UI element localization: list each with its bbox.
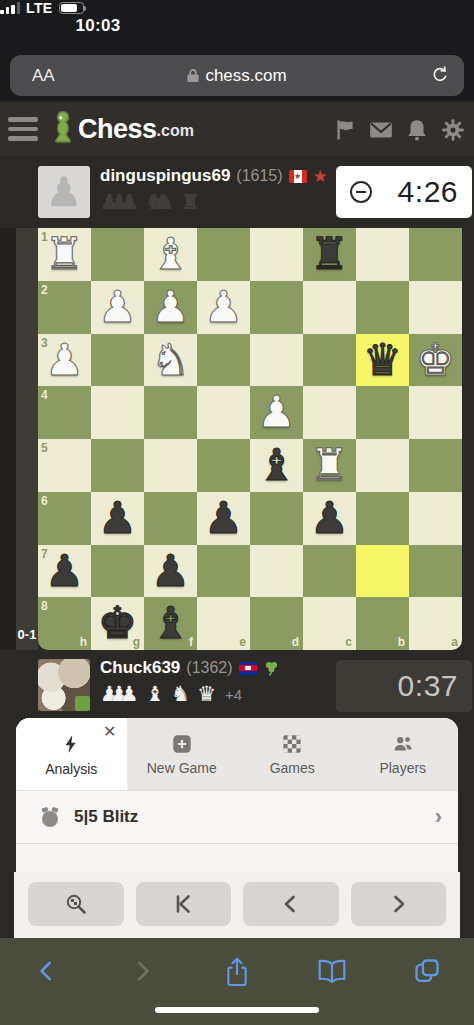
skip-to-start-button[interactable] [136,882,232,926]
address-bar[interactable]: AA chess.com [10,55,464,96]
file-label: g [133,635,140,649]
chess-board[interactable]: 1♜♝♜2♟♟♟3♟♞♛♚4♟5♝♜6♟♟♟7♟♟8hg♚f♝edcba [38,228,462,650]
clock-paused-icon [350,181,372,203]
signal-strength-icon [0,2,20,14]
move-list-strip: 0-1 [16,228,38,650]
square-a5[interactable] [409,439,462,492]
clover-icon [263,660,280,677]
top-player-row: ♟ dinguspingus69 (1615) ★ ♟♟♟♞♞♜ 4:26 [0,156,474,228]
square-f7[interactable]: ♟ [144,545,197,598]
player-rating: (1615) [236,167,282,185]
rank-label: 6 [41,494,48,508]
white-pawn[interactable]: ♟ [250,386,303,438]
white-pawn[interactable]: ♟ [144,281,197,333]
square-a4[interactable] [409,386,462,439]
close-icon[interactable]: ✕ [103,724,116,740]
rank-label: 5 [41,441,48,455]
lock-icon [187,68,199,83]
square-b5[interactable] [356,439,409,492]
square-b3[interactable]: ♛ [356,334,409,387]
square-c2[interactable] [303,281,356,334]
avatar[interactable] [38,659,90,711]
black-queen[interactable]: ♛ [356,334,409,386]
square-e7[interactable] [197,545,250,598]
player-rating: (1362) [186,659,232,677]
square-d5[interactable]: ♝ [250,439,303,492]
clock-time: 0:37 [398,669,458,703]
square-f2[interactable]: ♟ [144,281,197,334]
menu-icon[interactable] [8,117,38,141]
rank-label: 3 [41,336,48,350]
logo-text: Chess [78,109,157,149]
chevron-right-icon: › [435,804,442,830]
square-c7[interactable] [303,545,356,598]
square-b8[interactable]: b [356,597,409,650]
square-h8[interactable]: 8h [38,597,91,650]
browser-forward-button[interactable] [125,956,159,988]
square-e4[interactable] [197,386,250,439]
square-f1[interactable]: ♝ [144,228,197,281]
white-bishop[interactable]: ♝ [144,228,197,280]
rank-label: 7 [41,547,48,561]
square-b6[interactable] [356,492,409,545]
tab-players[interactable]: Players [348,718,459,790]
square-b7[interactable] [356,545,409,598]
black-pawn[interactable]: ♟ [144,545,197,597]
browser-back-button[interactable] [30,956,64,988]
analysis-zoom-button[interactable] [28,882,124,926]
square-f6[interactable] [144,492,197,545]
square-f5[interactable] [144,439,197,492]
black-pawn[interactable]: ♟ [303,492,356,544]
bottom-sheet: ✕ Analysis New Game Ga [16,718,458,872]
black-bishop[interactable]: ♝ [250,439,303,491]
square-c4[interactable] [303,386,356,439]
file-label: d [292,635,299,649]
square-g6[interactable]: ♟ [91,492,144,545]
carrier-label: LTE [26,0,53,16]
white-clock: 4:26 [336,166,472,218]
square-f4[interactable] [144,386,197,439]
square-c3[interactable] [303,334,356,387]
square-c1[interactable]: ♜ [303,228,356,281]
material-advantage: +4 [225,686,242,703]
game-result: 0-1 [16,627,38,642]
blitz-clock-icon [38,805,62,829]
square-e5[interactable] [197,439,250,492]
square-h3[interactable]: 3♟ [38,334,91,387]
square-a7[interactable] [409,545,462,598]
site-header: Chess.com [0,100,474,156]
white-rook[interactable]: ♜ [303,439,356,491]
white-king[interactable]: ♚ [409,334,462,386]
square-c6[interactable]: ♟ [303,492,356,545]
square-a2[interactable] [409,281,462,334]
bottom-player-row: Chuck639 (1362) ♟♟♟♝♞♛ +4 0:37 [0,650,474,720]
captured-pawn: ♟ [120,188,139,216]
status-time: 10:03 [58,16,138,36]
game-info-row[interactable]: 5|5 Blitz › [16,790,458,844]
file-label: b [398,635,405,649]
avatar-pawn-icon: ♟ [46,169,82,215]
file-label: e [239,635,246,649]
board-left-margin [0,228,16,650]
avatar[interactable]: ♟ [38,166,90,218]
square-b1[interactable] [356,228,409,281]
square-f8[interactable]: f♝ [144,597,197,650]
square-g1[interactable] [91,228,144,281]
square-b4[interactable] [356,386,409,439]
square-g4[interactable] [91,386,144,439]
tabs-icon[interactable] [410,956,444,988]
black-pawn[interactable]: ♟ [91,492,144,544]
square-d3[interactable] [250,334,303,387]
square-g3[interactable] [91,334,144,387]
move-nav-toolbar [14,872,460,938]
reader-text-size-button[interactable]: AA [32,66,55,86]
captured-pieces-by-white: ♟♟♟♞♞♜ [100,188,207,216]
player-name[interactable]: Chuck639 [100,658,180,678]
square-d4[interactable]: ♟ [250,386,303,439]
square-g2[interactable]: ♟ [91,281,144,334]
clock-time: 4:26 [398,175,458,209]
square-g7[interactable] [91,545,144,598]
star-icon: ★ [313,168,328,185]
file-label: h [80,635,87,649]
square-d7[interactable] [250,545,303,598]
black-pawn[interactable]: ♟ [197,492,250,544]
tab-games[interactable]: Games [237,718,348,790]
square-a8[interactable]: a [409,597,462,650]
square-b2[interactable] [356,281,409,334]
player-name[interactable]: dinguspingus69 [100,166,230,186]
square-c5[interactable]: ♜ [303,439,356,492]
next-move-button[interactable] [351,882,447,926]
captured-knight: ♞ [155,188,174,216]
file-label: a [451,635,458,649]
lightning-icon [61,732,81,756]
black-rook[interactable]: ♜ [303,228,356,280]
settings-gear-icon[interactable] [440,117,466,143]
rank-label: 2 [41,283,48,297]
url-domain: chess.com [205,66,286,86]
file-label: f [189,635,193,649]
square-h7[interactable]: 7♟ [38,545,91,598]
square-e6[interactable]: ♟ [197,492,250,545]
chesscom-logo[interactable]: Chess.com [50,109,194,149]
online-status-badge [75,696,90,711]
messages-icon[interactable] [368,117,394,143]
safari-toolbar [0,938,474,1025]
tab-analysis[interactable]: ✕ Analysis [16,718,127,790]
share-icon[interactable] [220,956,254,988]
white-pawn[interactable]: ♟ [197,281,250,333]
square-g8[interactable]: g♚ [91,597,144,650]
square-e3[interactable] [197,334,250,387]
square-d1[interactable] [250,228,303,281]
square-d8[interactable]: d [250,597,303,650]
sheet-tabs: ✕ Analysis New Game Ga [16,718,458,790]
captured-pawn: ♟ [120,680,139,708]
previous-move-button[interactable] [243,882,339,926]
players-icon [391,733,415,755]
square-e1[interactable] [197,228,250,281]
square-h4[interactable]: 4 [38,386,91,439]
refresh-button[interactable] [430,64,450,90]
square-d6[interactable] [250,492,303,545]
captured-bishop: ♝ [145,680,164,708]
alerts-bell-icon[interactable] [404,117,430,143]
rank-label: 8 [41,599,48,613]
ios-top-area: 10:03 LTE AA chess.com [0,0,474,100]
home-indicator[interactable] [155,1007,319,1013]
square-a1[interactable] [409,228,462,281]
square-e2[interactable]: ♟ [197,281,250,334]
square-f3[interactable]: ♞ [144,334,197,387]
captured-rook: ♜ [181,188,200,216]
square-a6[interactable] [409,492,462,545]
canada-flag-icon [289,170,307,183]
captured-knight: ♞ [171,680,190,708]
square-c8[interactable]: c [303,597,356,650]
bookmarks-book-icon[interactable] [315,956,349,988]
cambodia-flag-icon [239,662,257,675]
logo-pawn-icon [50,109,76,149]
square-a3[interactable]: ♚ [409,334,462,387]
black-clock: 0:37 [336,660,472,712]
chessboard-icon [281,733,303,755]
captured-pieces-by-black: ♟♟♟♝♞♛ [100,680,223,708]
rank-label: 4 [41,388,48,402]
flag-challenges-icon[interactable] [332,117,358,143]
plus-square-icon [171,733,193,755]
captured-queen: ♛ [197,680,216,708]
white-knight[interactable]: ♞ [144,334,197,386]
file-label: c [345,635,352,649]
square-h6[interactable]: 6 [38,492,91,545]
square-g5[interactable] [91,439,144,492]
tab-new-game[interactable]: New Game [127,718,238,790]
time-control-label: 5|5 Blitz [74,807,138,827]
square-e8[interactable]: e [197,597,250,650]
rank-label: 1 [41,230,48,244]
square-d2[interactable] [250,281,303,334]
square-h2[interactable]: 2 [38,281,91,334]
battery-icon [59,2,84,15]
square-h1[interactable]: 1♜ [38,228,91,281]
square-h5[interactable]: 5 [38,439,91,492]
white-pawn[interactable]: ♟ [91,281,144,333]
